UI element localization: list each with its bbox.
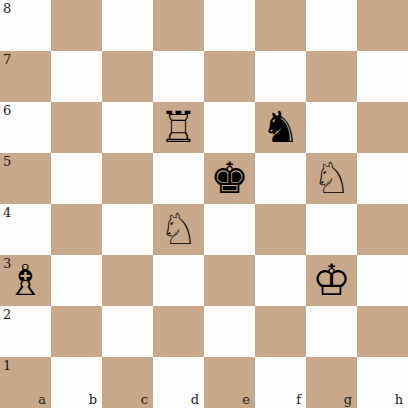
square-b8[interactable]	[51, 0, 102, 51]
square-c6[interactable]	[102, 102, 153, 153]
file-label-f: f	[296, 393, 301, 406]
file-label-d: d	[191, 393, 199, 406]
square-d1[interactable]: d	[153, 357, 204, 408]
square-e1[interactable]: e	[204, 357, 255, 408]
square-g8[interactable]	[306, 0, 357, 51]
file-label-h: h	[395, 393, 403, 406]
square-h5[interactable]	[357, 153, 408, 204]
square-b6[interactable]	[51, 102, 102, 153]
square-e4[interactable]	[204, 204, 255, 255]
square-h8[interactable]	[357, 0, 408, 51]
black-king[interactable]: ♚	[210, 157, 249, 200]
square-a8[interactable]: 8	[0, 0, 51, 51]
square-b1[interactable]: b	[51, 357, 102, 408]
square-f4[interactable]	[255, 204, 306, 255]
square-f1[interactable]: f	[255, 357, 306, 408]
white-knight[interactable]: ♘	[159, 208, 198, 251]
square-b4[interactable]	[51, 204, 102, 255]
square-g2[interactable]	[306, 306, 357, 357]
square-a2[interactable]: 2	[0, 306, 51, 357]
square-f5[interactable]	[255, 153, 306, 204]
square-h2[interactable]	[357, 306, 408, 357]
square-g1[interactable]: g	[306, 357, 357, 408]
white-bishop[interactable]: ♗	[6, 259, 45, 302]
square-f2[interactable]	[255, 306, 306, 357]
square-h4[interactable]	[357, 204, 408, 255]
square-g6[interactable]	[306, 102, 357, 153]
file-label-b: b	[89, 393, 97, 406]
square-h3[interactable]	[357, 255, 408, 306]
white-knight[interactable]: ♘	[312, 157, 351, 200]
square-f6[interactable]: ♞	[255, 102, 306, 153]
black-knight[interactable]: ♞	[261, 106, 300, 149]
square-d8[interactable]	[153, 0, 204, 51]
square-h6[interactable]	[357, 102, 408, 153]
square-d4[interactable]: ♘	[153, 204, 204, 255]
file-label-a: a	[38, 393, 46, 406]
square-c7[interactable]	[102, 51, 153, 102]
square-d2[interactable]	[153, 306, 204, 357]
square-a5[interactable]: 5	[0, 153, 51, 204]
square-f8[interactable]	[255, 0, 306, 51]
square-g7[interactable]	[306, 51, 357, 102]
square-e2[interactable]	[204, 306, 255, 357]
square-g3[interactable]: ♔	[306, 255, 357, 306]
white-king[interactable]: ♔	[312, 259, 351, 302]
chess-board: 876♖♞5♚♘4♘3♗♔21abcdefgh	[0, 0, 408, 408]
square-e3[interactable]	[204, 255, 255, 306]
square-b5[interactable]	[51, 153, 102, 204]
square-c5[interactable]	[102, 153, 153, 204]
rank-label-8: 8	[3, 2, 11, 15]
rank-label-7: 7	[3, 53, 11, 66]
square-c2[interactable]	[102, 306, 153, 357]
square-a7[interactable]: 7	[0, 51, 51, 102]
square-e7[interactable]	[204, 51, 255, 102]
square-a3[interactable]: 3♗	[0, 255, 51, 306]
square-f3[interactable]	[255, 255, 306, 306]
square-h7[interactable]	[357, 51, 408, 102]
square-c1[interactable]: c	[102, 357, 153, 408]
square-b3[interactable]	[51, 255, 102, 306]
white-rook[interactable]: ♖	[159, 106, 198, 149]
rank-label-5: 5	[3, 155, 11, 168]
square-a6[interactable]: 6	[0, 102, 51, 153]
square-f7[interactable]	[255, 51, 306, 102]
square-c8[interactable]	[102, 0, 153, 51]
square-g5[interactable]: ♘	[306, 153, 357, 204]
chess-board-container: 876♖♞5♚♘4♘3♗♔21abcdefgh	[0, 0, 408, 408]
square-e5[interactable]: ♚	[204, 153, 255, 204]
square-d5[interactable]	[153, 153, 204, 204]
file-label-e: e	[242, 393, 250, 406]
rank-label-6: 6	[3, 104, 11, 117]
square-d3[interactable]	[153, 255, 204, 306]
square-a1[interactable]: 1a	[0, 357, 51, 408]
square-e8[interactable]	[204, 0, 255, 51]
square-d6[interactable]: ♖	[153, 102, 204, 153]
file-label-c: c	[141, 393, 148, 406]
file-label-g: g	[344, 393, 352, 406]
square-d7[interactable]	[153, 51, 204, 102]
square-b7[interactable]	[51, 51, 102, 102]
rank-label-4: 4	[3, 206, 11, 219]
square-g4[interactable]	[306, 204, 357, 255]
square-e6[interactable]	[204, 102, 255, 153]
square-c3[interactable]	[102, 255, 153, 306]
square-h1[interactable]: h	[357, 357, 408, 408]
square-b2[interactable]	[51, 306, 102, 357]
rank-label-2: 2	[3, 308, 11, 321]
square-a4[interactable]: 4	[0, 204, 51, 255]
square-c4[interactable]	[102, 204, 153, 255]
rank-label-1: 1	[3, 359, 11, 372]
